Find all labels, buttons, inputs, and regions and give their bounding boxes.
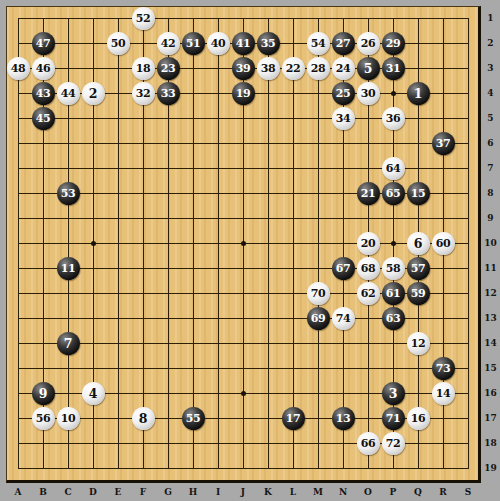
stone-grid: 1234567891011121314151617181920212223242… xyxy=(6,6,481,481)
go-stone-white-move-12[interactable]: 12 xyxy=(407,332,430,355)
go-stone-black-move-29[interactable]: 29 xyxy=(382,32,405,55)
row-label-7: 7 xyxy=(481,162,500,174)
go-stone-black-move-71[interactable]: 71 xyxy=(382,407,405,430)
go-stone-white-move-56[interactable]: 56 xyxy=(32,407,55,430)
star-point-P10 xyxy=(391,241,396,246)
star-point-J16 xyxy=(241,391,246,396)
row-label-4: 4 xyxy=(481,87,500,99)
go-stone-black-move-11[interactable]: 11 xyxy=(57,257,80,280)
col-label-Q: Q xyxy=(408,486,428,498)
col-label-F: F xyxy=(133,486,153,498)
row-label-2: 2 xyxy=(481,37,500,49)
col-label-D: D xyxy=(83,486,103,498)
star-point-D10 xyxy=(91,241,96,246)
go-stone-black-move-23[interactable]: 23 xyxy=(157,57,180,80)
go-stone-black-move-45[interactable]: 45 xyxy=(32,107,55,130)
go-stone-white-move-74[interactable]: 74 xyxy=(332,307,355,330)
go-board[interactable]: 1234567891011121314151617181920212223242… xyxy=(6,6,481,483)
col-label-K: K xyxy=(258,486,278,498)
col-label-E: E xyxy=(108,486,128,498)
row-label-3: 3 xyxy=(481,62,500,74)
go-stone-white-move-58[interactable]: 58 xyxy=(382,257,405,280)
go-stone-black-move-37[interactable]: 37 xyxy=(432,132,455,155)
go-stone-black-move-43[interactable]: 43 xyxy=(32,82,55,105)
go-diagram: 1234567891011121314151617181920212223242… xyxy=(0,0,500,501)
go-stone-black-move-59[interactable]: 59 xyxy=(407,282,430,305)
go-stone-black-move-17[interactable]: 17 xyxy=(282,407,305,430)
go-stone-white-move-36[interactable]: 36 xyxy=(382,107,405,130)
go-stone-white-move-10[interactable]: 10 xyxy=(57,407,80,430)
go-stone-white-move-24[interactable]: 24 xyxy=(332,57,355,80)
row-label-12: 12 xyxy=(481,287,500,299)
row-label-14: 14 xyxy=(481,337,500,349)
go-stone-white-move-66[interactable]: 66 xyxy=(357,432,380,455)
row-label-9: 9 xyxy=(481,212,500,224)
row-label-10: 10 xyxy=(481,237,500,249)
col-label-A: A xyxy=(8,486,28,498)
col-label-M: M xyxy=(308,486,328,498)
go-stone-white-move-40[interactable]: 40 xyxy=(207,32,230,55)
col-label-B: B xyxy=(33,486,53,498)
row-label-13: 13 xyxy=(481,312,500,324)
go-stone-white-move-44[interactable]: 44 xyxy=(57,82,80,105)
go-stone-black-move-63[interactable]: 63 xyxy=(382,307,405,330)
go-stone-white-move-42[interactable]: 42 xyxy=(157,32,180,55)
star-point-P4 xyxy=(391,91,396,96)
go-stone-black-move-69[interactable]: 69 xyxy=(307,307,330,330)
go-stone-black-move-27[interactable]: 27 xyxy=(332,32,355,55)
go-stone-black-move-55[interactable]: 55 xyxy=(182,407,205,430)
go-stone-black-move-53[interactable]: 53 xyxy=(57,182,80,205)
go-stone-white-move-16[interactable]: 16 xyxy=(407,407,430,430)
go-stone-black-move-47[interactable]: 47 xyxy=(32,32,55,55)
go-stone-white-move-72[interactable]: 72 xyxy=(382,432,405,455)
row-label-18: 18 xyxy=(481,437,500,449)
col-label-C: C xyxy=(58,486,78,498)
go-stone-white-move-70[interactable]: 70 xyxy=(307,282,330,305)
go-stone-black-move-67[interactable]: 67 xyxy=(332,257,355,280)
col-label-O: O xyxy=(358,486,378,498)
col-label-G: G xyxy=(158,486,178,498)
go-stone-black-move-19[interactable]: 19 xyxy=(232,82,255,105)
col-label-I: I xyxy=(208,486,228,498)
go-stone-white-move-8[interactable]: 8 xyxy=(132,407,155,430)
go-stone-white-move-20[interactable]: 20 xyxy=(357,232,380,255)
go-stone-black-move-73[interactable]: 73 xyxy=(432,357,455,380)
go-stone-white-move-32[interactable]: 32 xyxy=(132,82,155,105)
go-stone-white-move-26[interactable]: 26 xyxy=(357,32,380,55)
col-label-P: P xyxy=(383,486,403,498)
go-stone-black-move-5[interactable]: 5 xyxy=(357,57,380,80)
go-stone-black-move-61[interactable]: 61 xyxy=(382,282,405,305)
go-stone-black-move-13[interactable]: 13 xyxy=(332,407,355,430)
col-label-L: L xyxy=(283,486,303,498)
col-label-H: H xyxy=(183,486,203,498)
go-stone-white-move-64[interactable]: 64 xyxy=(382,157,405,180)
go-stone-white-move-28[interactable]: 28 xyxy=(307,57,330,80)
go-stone-black-move-41[interactable]: 41 xyxy=(232,32,255,55)
row-label-19: 19 xyxy=(481,462,500,474)
go-stone-white-move-46[interactable]: 46 xyxy=(32,57,55,80)
go-stone-black-move-51[interactable]: 51 xyxy=(182,32,205,55)
go-stone-white-move-54[interactable]: 54 xyxy=(307,32,330,55)
go-stone-black-move-21[interactable]: 21 xyxy=(357,182,380,205)
row-label-5: 5 xyxy=(481,112,500,124)
row-label-1: 1 xyxy=(481,12,500,24)
go-stone-white-move-2[interactable]: 2 xyxy=(82,82,105,105)
row-label-16: 16 xyxy=(481,387,500,399)
go-stone-white-move-68[interactable]: 68 xyxy=(357,257,380,280)
go-stone-black-move-33[interactable]: 33 xyxy=(157,82,180,105)
row-label-6: 6 xyxy=(481,137,500,149)
go-stone-white-move-48[interactable]: 48 xyxy=(7,57,30,80)
go-stone-black-move-25[interactable]: 25 xyxy=(332,82,355,105)
go-stone-white-move-62[interactable]: 62 xyxy=(357,282,380,305)
go-stone-white-move-60[interactable]: 60 xyxy=(432,232,455,255)
column-labels: ABCDEFGHIJKLMNOPQRS xyxy=(6,483,481,501)
col-label-S: S xyxy=(458,486,478,498)
go-stone-black-move-7[interactable]: 7 xyxy=(57,332,80,355)
col-label-J: J xyxy=(233,486,253,498)
go-stone-white-move-4[interactable]: 4 xyxy=(82,382,105,405)
go-stone-white-move-14[interactable]: 14 xyxy=(432,382,455,405)
go-stone-white-move-22[interactable]: 22 xyxy=(282,57,305,80)
go-stone-white-move-30[interactable]: 30 xyxy=(357,82,380,105)
go-stone-black-move-39[interactable]: 39 xyxy=(232,57,255,80)
go-stone-white-move-52[interactable]: 52 xyxy=(132,7,155,30)
row-label-8: 8 xyxy=(481,187,500,199)
row-labels: 12345678910111213141516171819 xyxy=(481,6,500,483)
go-stone-black-move-35[interactable]: 35 xyxy=(257,32,280,55)
go-stone-black-move-9[interactable]: 9 xyxy=(32,382,55,405)
go-stone-black-move-1[interactable]: 1 xyxy=(407,82,430,105)
go-stone-black-move-31[interactable]: 31 xyxy=(382,57,405,80)
col-label-N: N xyxy=(333,486,353,498)
go-stone-black-move-15[interactable]: 15 xyxy=(407,182,430,205)
go-stone-black-move-57[interactable]: 57 xyxy=(407,257,430,280)
row-label-17: 17 xyxy=(481,412,500,424)
go-stone-white-move-38[interactable]: 38 xyxy=(257,57,280,80)
star-point-J10 xyxy=(241,241,246,246)
go-stone-black-move-3[interactable]: 3 xyxy=(382,382,405,405)
go-stone-white-move-34[interactable]: 34 xyxy=(332,107,355,130)
col-label-R: R xyxy=(433,486,453,498)
go-stone-white-move-50[interactable]: 50 xyxy=(107,32,130,55)
go-stone-white-move-18[interactable]: 18 xyxy=(132,57,155,80)
row-label-15: 15 xyxy=(481,362,500,374)
go-stone-white-move-6[interactable]: 6 xyxy=(407,232,430,255)
go-stone-black-move-65[interactable]: 65 xyxy=(382,182,405,205)
row-label-11: 11 xyxy=(481,262,500,274)
